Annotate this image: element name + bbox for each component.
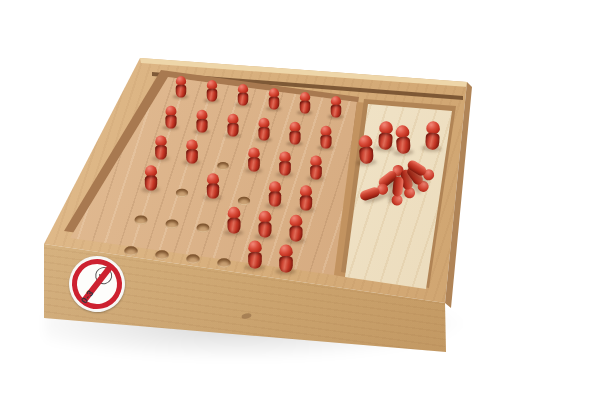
- red-peg[interactable]: [154, 135, 167, 159]
- red-peg[interactable]: [268, 88, 280, 110]
- red-peg[interactable]: [206, 80, 218, 102]
- red-peg[interactable]: [330, 96, 342, 118]
- red-peg[interactable]: [144, 165, 158, 190]
- red-peg[interactable]: [278, 245, 294, 273]
- peg-shadow: [374, 145, 395, 152]
- empty-hole[interactable]: [124, 246, 138, 255]
- empty-hole[interactable]: [217, 162, 229, 170]
- peg-shadow: [255, 234, 275, 240]
- peg-shadow: [356, 159, 377, 167]
- red-peg[interactable]: [206, 173, 220, 198]
- red-peg[interactable]: [196, 110, 209, 133]
- empty-hole[interactable]: [166, 220, 179, 229]
- empty-hole[interactable]: [217, 258, 231, 267]
- peg-shadow: [297, 110, 313, 115]
- peg-shadow: [328, 114, 344, 119]
- red-peg[interactable]: [268, 181, 282, 206]
- peg-shadow: [224, 133, 241, 138]
- red-peg[interactable]: [394, 125, 412, 154]
- red-peg[interactable]: [247, 241, 263, 269]
- red-peg[interactable]: [175, 76, 187, 98]
- red-peg[interactable]: [289, 122, 302, 145]
- peg-shadow: [204, 98, 220, 103]
- red-peg[interactable]: [258, 118, 271, 141]
- peg-shadow: [162, 125, 179, 130]
- peg-shadow: [141, 187, 160, 193]
- peg-shadow: [224, 230, 244, 236]
- peg-shadow: [266, 106, 282, 111]
- peg-shadow: [275, 268, 296, 274]
- red-peg[interactable]: [299, 185, 313, 210]
- red-peg[interactable]: [227, 207, 242, 234]
- peg-shadow: [152, 156, 170, 161]
- red-peg[interactable]: [185, 139, 198, 163]
- peg-shadow: [317, 145, 334, 150]
- peg-shadow: [363, 191, 390, 205]
- red-peg[interactable]: [258, 211, 273, 238]
- peg-shadow: [245, 168, 263, 173]
- empty-hole[interactable]: [176, 189, 188, 197]
- red-peg[interactable]: [247, 147, 260, 171]
- red-peg[interactable]: [278, 151, 291, 175]
- red-peg[interactable]: [424, 121, 441, 150]
- red-peg[interactable]: [237, 84, 249, 106]
- peg-shadow: [193, 129, 210, 134]
- pieces-layer: [0, 0, 600, 400]
- empty-hole[interactable]: [238, 197, 250, 205]
- empty-hole[interactable]: [186, 254, 200, 263]
- peg-shadow: [265, 203, 284, 209]
- peg-shadow: [173, 94, 189, 99]
- peg-shadow: [286, 141, 303, 146]
- peg-shadow: [235, 102, 251, 107]
- red-peg-lying[interactable]: [359, 182, 390, 201]
- empty-hole[interactable]: [155, 250, 169, 259]
- peg-shadow: [421, 145, 442, 152]
- red-peg[interactable]: [165, 106, 178, 129]
- red-peg[interactable]: [227, 114, 240, 137]
- peg-shadow: [203, 195, 222, 201]
- product-photo-scene: 0-3: [0, 0, 600, 400]
- peg-shadow: [244, 264, 265, 270]
- peg-shadow: [255, 137, 272, 142]
- red-peg[interactable]: [320, 126, 333, 149]
- red-peg[interactable]: [377, 121, 394, 150]
- peg-shadow: [286, 238, 306, 244]
- red-peg[interactable]: [299, 92, 311, 114]
- empty-hole[interactable]: [135, 216, 148, 225]
- peg-shadow: [296, 207, 315, 213]
- empty-hole[interactable]: [197, 224, 210, 233]
- peg-shadow: [276, 172, 294, 177]
- red-peg[interactable]: [289, 215, 304, 242]
- peg-shadow: [307, 176, 325, 181]
- red-peg[interactable]: [357, 135, 375, 164]
- peg-shadow: [393, 149, 414, 157]
- red-peg[interactable]: [309, 155, 322, 179]
- peg-shadow: [183, 160, 201, 165]
- red-peg-lying[interactable]: [391, 176, 405, 206]
